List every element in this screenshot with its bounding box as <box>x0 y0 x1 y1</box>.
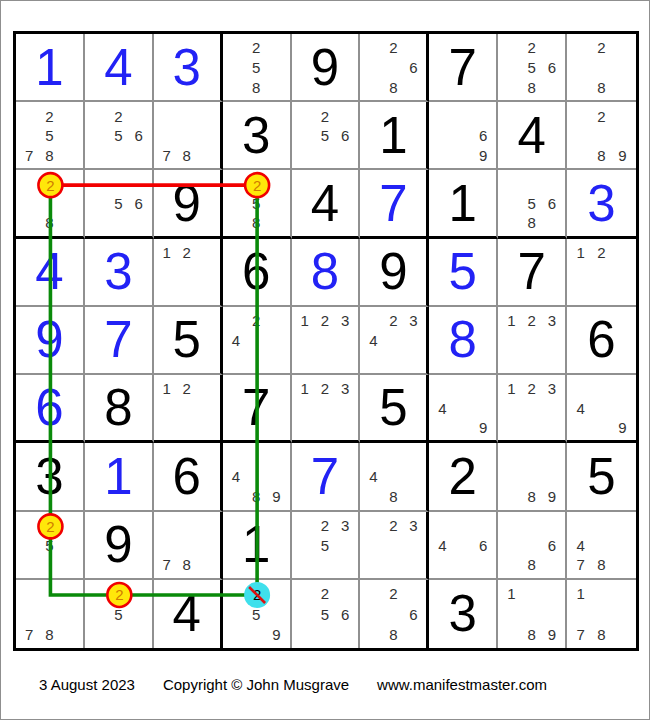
candidate-slot-4 <box>19 604 39 624</box>
solved-digit-given: 3 <box>242 110 270 161</box>
cell-r4c4[interactable]: 6 <box>223 239 292 307</box>
cell-r4c5[interactable]: 8 <box>292 239 361 307</box>
cell-r2c3[interactable]: 78 <box>154 102 223 170</box>
candidate-slot-8: 8 <box>591 146 612 166</box>
cell-r6c7[interactable]: 49 <box>429 375 498 443</box>
cell-r1c5[interactable]: 9 <box>292 34 361 102</box>
candidate-slot-4 <box>19 194 39 213</box>
candidate-slot-7 <box>88 146 108 166</box>
candidate-slot-4 <box>570 58 591 78</box>
solved-digit-given: 9 <box>379 246 407 297</box>
candidate-slot-6: 6 <box>542 535 562 555</box>
cell-r4c7[interactable]: 5 <box>429 239 498 307</box>
cell-r3c7[interactable]: 1 <box>429 170 498 238</box>
solved-digit-given: 6 <box>242 246 270 297</box>
cell-r4c1[interactable]: 4 <box>16 239 85 307</box>
candidate-slot-5 <box>177 535 197 555</box>
candidate-slot-3 <box>612 243 633 263</box>
candidate-slot-1 <box>432 516 452 536</box>
cell-r7c6[interactable]: 48 <box>360 443 429 511</box>
candidate-slot-1 <box>226 174 246 193</box>
candidate-slot-5 <box>246 331 266 351</box>
cell-r9c1[interactable]: 78 <box>16 580 85 648</box>
candidate-slot-5 <box>453 399 473 418</box>
cell-r9c7[interactable]: 3 <box>429 580 498 648</box>
cell-r3c5[interactable]: 4 <box>292 170 361 238</box>
candidate-slot-3 <box>197 106 217 126</box>
cell-r4c3[interactable]: 12 <box>154 239 223 307</box>
candidate-slot-5: 5 <box>522 58 542 78</box>
candidate-slot-9: 9 <box>266 487 286 507</box>
candidate-slot-8: 8 <box>522 625 542 645</box>
cell-r6c2[interactable]: 8 <box>85 375 154 443</box>
cell-r9c9[interactable]: 178 <box>567 580 636 648</box>
cell-r8c5[interactable]: 235 <box>292 512 361 580</box>
candidate-slot-4 <box>501 331 521 351</box>
candidate-slot-8 <box>246 350 266 370</box>
solved-digit-user: 4 <box>35 246 63 297</box>
candidate-slot-4 <box>570 604 591 624</box>
candidate-slot-2: 2 <box>108 584 128 604</box>
cell-r5c4[interactable]: 24 <box>223 307 292 375</box>
candidate-slot-7 <box>19 213 39 232</box>
candidate-slot-9 <box>335 146 355 166</box>
candidate-slot-8: 8 <box>177 555 197 575</box>
candidate-slot-7 <box>570 282 591 302</box>
candidate-slot-5: 5 <box>522 194 542 213</box>
candidate-slot-6 <box>403 331 423 351</box>
candidate-slot-3 <box>403 38 423 58</box>
candidate-slot-2: 2 <box>246 38 266 58</box>
cell-r8c2[interactable]: 9 <box>85 512 154 580</box>
cell-r7c9[interactable]: 5 <box>567 443 636 511</box>
candidate-slot-6: 6 <box>403 604 423 624</box>
solved-digit-given: 3 <box>35 451 63 502</box>
candidate-slot-9 <box>542 213 562 232</box>
cell-r1c2[interactable]: 4 <box>85 34 154 102</box>
cell-r7c1[interactable]: 3 <box>16 443 85 511</box>
candidate-slot-7 <box>226 625 246 645</box>
candidate-slot-5 <box>522 331 542 351</box>
candidate-slot-2: 2 <box>108 106 128 126</box>
candidate-slot-7 <box>363 77 383 97</box>
cell-r5c3[interactable]: 5 <box>154 307 223 375</box>
candidate-slot-2 <box>522 447 542 467</box>
candidate-slot-7 <box>501 213 521 232</box>
cell-r6c4[interactable]: 7 <box>223 375 292 443</box>
candidate-slot-2 <box>591 379 612 398</box>
cell-r5c8[interactable]: 123 <box>498 307 567 375</box>
candidate-slot-3 <box>266 311 286 331</box>
candidate-slot-8: 8 <box>522 213 542 232</box>
cell-r5c7[interactable]: 8 <box>429 307 498 375</box>
candidate-slot-9 <box>60 625 80 645</box>
candidate-slot-5 <box>453 126 473 146</box>
cell-r1c8[interactable]: 2568 <box>498 34 567 102</box>
candidate-slot-9: 9 <box>542 625 562 645</box>
candidate-slot-6 <box>612 604 633 624</box>
cell-r3c1[interactable]: 28 <box>16 170 85 238</box>
cell-r9c8[interactable]: 189 <box>498 580 567 648</box>
candidate-slot-4 <box>19 535 39 555</box>
candidate-slot-6 <box>60 194 80 213</box>
candidate-slot-9 <box>403 350 423 370</box>
candidate-slot-5: 5 <box>39 535 59 555</box>
cell-r4c6[interactable]: 9 <box>360 239 429 307</box>
cell-r1c7[interactable]: 7 <box>429 34 498 102</box>
candidate-slot-8: 8 <box>39 213 59 232</box>
candidate-slot-1: 1 <box>570 584 591 604</box>
candidate-slot-7 <box>363 555 383 575</box>
candidate-slot-5: 5 <box>108 126 128 146</box>
cell-r2c8[interactable]: 4 <box>498 102 567 170</box>
candidate-slot-7 <box>570 418 591 437</box>
candidate-slot-7 <box>88 213 108 232</box>
candidate-slot-5 <box>591 126 612 146</box>
candidate-slot-7 <box>226 487 246 507</box>
candidate-slot-4 <box>226 58 246 78</box>
candidate-slot-6 <box>542 399 562 418</box>
solved-digit-given: 6 <box>587 314 615 365</box>
candidate-slot-8: 8 <box>522 77 542 97</box>
candidate-slot-2: 2 <box>383 311 403 331</box>
solved-digit-given: 9 <box>311 42 339 93</box>
candidate-slot-6: 6 <box>542 194 562 213</box>
candidate-slot-9 <box>612 282 633 302</box>
candidate-slot-3 <box>612 106 633 126</box>
candidate-slot-8 <box>315 625 335 645</box>
cell-r9c3[interactable]: 4 <box>154 580 223 648</box>
cell-r5c2[interactable]: 7 <box>85 307 154 375</box>
candidate-slot-9 <box>335 625 355 645</box>
candidate-slot-5: 5 <box>39 126 59 146</box>
candidate-slot-1: 1 <box>295 379 315 398</box>
candidate-slot-3 <box>335 584 355 604</box>
candidate-slot-8 <box>108 213 128 232</box>
candidate-slot-2: 2 <box>246 584 266 604</box>
solved-digit-given: 1 <box>242 519 270 570</box>
solved-digit-user: 9 <box>35 314 63 365</box>
candidate-slot-7: 7 <box>157 146 177 166</box>
candidate-slot-1 <box>88 584 108 604</box>
candidate-slot-4 <box>88 194 108 213</box>
candidate-slot-7 <box>88 625 108 645</box>
candidate-slot-3 <box>473 379 493 398</box>
candidate-slot-6 <box>128 604 148 624</box>
cell-r1c3[interactable]: 3 <box>154 34 223 102</box>
candidate-slot-1 <box>570 516 591 536</box>
cell-r2c1[interactable]: 2578 <box>16 102 85 170</box>
solved-digit-user: 7 <box>311 451 339 502</box>
candidate-slot-7 <box>295 555 315 575</box>
candidate-slot-9 <box>612 625 633 645</box>
cell-r6c9[interactable]: 49 <box>567 375 636 443</box>
candidate-slot-2 <box>383 447 403 467</box>
candidate-slot-4: 4 <box>570 399 591 418</box>
cell-r7c3[interactable]: 6 <box>154 443 223 511</box>
candidate-slot-2: 2 <box>522 38 542 58</box>
cell-r5c1[interactable]: 9 <box>16 307 85 375</box>
candidate-slot-7 <box>501 418 521 437</box>
candidate-slot-1: 1 <box>157 379 177 398</box>
candidate-slot-3 <box>473 516 493 536</box>
screen: 1432589268725682825782567832561694289285… <box>0 0 650 720</box>
cell-r8c9[interactable]: 478 <box>567 512 636 580</box>
candidate-slot-9 <box>542 418 562 437</box>
footer-website[interactable]: www.manifestmaster.com <box>377 676 547 693</box>
candidate-slot-5 <box>246 467 266 487</box>
candidate-slot-3 <box>335 106 355 126</box>
cell-r9c2[interactable]: 25 <box>85 580 154 648</box>
cell-r7c7[interactable]: 2 <box>429 443 498 511</box>
cell-r1c6[interactable]: 268 <box>360 34 429 102</box>
candidate-slot-6 <box>612 58 633 78</box>
candidate-slot-9 <box>612 555 633 575</box>
candidate-slot-1 <box>226 311 246 331</box>
candidate-slot-4 <box>501 535 521 555</box>
candidate-slot-7 <box>501 555 521 575</box>
candidate-slot-5 <box>522 604 542 624</box>
footer: 3 August 2023Copyright © John Musgraveww… <box>39 676 547 693</box>
cell-r9c6[interactable]: 268 <box>360 580 429 648</box>
candidate-slot-3: 3 <box>403 311 423 331</box>
cell-r2c9[interactable]: 289 <box>567 102 636 170</box>
candidate-slot-7 <box>432 555 452 575</box>
candidate-slot-2 <box>591 584 612 604</box>
cell-r6c5[interactable]: 123 <box>292 375 361 443</box>
cell-r4c2[interactable]: 3 <box>85 239 154 307</box>
candidate-slot-9 <box>612 77 633 97</box>
candidate-slot-8 <box>591 418 612 437</box>
candidate-slot-1 <box>501 174 521 193</box>
candidate-slot-9 <box>197 282 217 302</box>
candidate-slot-6 <box>403 467 423 487</box>
candidate-slot-1 <box>501 38 521 58</box>
candidate-slot-6 <box>60 126 80 146</box>
cell-r8c7[interactable]: 46 <box>429 512 498 580</box>
candidate-slot-1 <box>570 38 591 58</box>
cell-r7c4[interactable]: 489 <box>223 443 292 511</box>
candidate-slot-9 <box>266 350 286 370</box>
cell-r6c6[interactable]: 5 <box>360 375 429 443</box>
candidate-slot-4: 4 <box>363 467 383 487</box>
cell-r3c8[interactable]: 568 <box>498 170 567 238</box>
solved-digit-given: 5 <box>379 382 407 433</box>
candidate-slot-5 <box>591 535 612 555</box>
candidate-slot-3 <box>266 447 286 467</box>
candidate-slot-4 <box>501 194 521 213</box>
candidate-slot-3 <box>197 243 217 263</box>
candidate-slot-8 <box>177 282 197 302</box>
candidate-slot-4 <box>501 399 521 418</box>
cell-r1c4[interactable]: 258 <box>223 34 292 102</box>
cell-r6c8[interactable]: 123 <box>498 375 567 443</box>
cell-r5c5[interactable]: 123 <box>292 307 361 375</box>
cell-r8c6[interactable]: 23 <box>360 512 429 580</box>
candidate-slot-6 <box>197 399 217 418</box>
candidate-slot-4 <box>88 604 108 624</box>
candidate-slot-4 <box>157 126 177 146</box>
solved-digit-given: 6 <box>173 451 201 502</box>
cell-r7c2[interactable]: 1 <box>85 443 154 511</box>
candidate-slot-1 <box>226 584 246 604</box>
candidate-slot-6 <box>612 262 633 282</box>
cell-r2c6[interactable]: 1 <box>360 102 429 170</box>
candidate-slot-3 <box>128 106 148 126</box>
candidate-slot-9 <box>60 146 80 166</box>
cell-r3c3[interactable]: 9 <box>154 170 223 238</box>
candidate-slot-4 <box>295 331 315 351</box>
candidate-slot-1 <box>570 106 591 126</box>
candidate-slot-1 <box>363 584 383 604</box>
candidate-slot-4 <box>363 535 383 555</box>
candidate-slot-3 <box>612 379 633 398</box>
candidate-slot-8: 8 <box>383 625 403 645</box>
cell-r5c9[interactable]: 6 <box>567 307 636 375</box>
cell-r1c1[interactable]: 1 <box>16 34 85 102</box>
candidate-slot-7: 7 <box>570 625 591 645</box>
cell-r7c8[interactable]: 89 <box>498 443 567 511</box>
candidate-slot-1 <box>363 516 383 536</box>
candidate-slot-3 <box>612 516 633 536</box>
candidate-slot-7 <box>363 625 383 645</box>
candidate-slot-9 <box>197 555 217 575</box>
candidate-slot-7 <box>295 418 315 437</box>
candidate-slot-8: 8 <box>39 625 59 645</box>
candidate-slot-2: 2 <box>315 584 335 604</box>
candidate-slot-2 <box>108 174 128 193</box>
candidate-slot-3 <box>612 584 633 604</box>
cell-r9c4[interactable]: 259 <box>223 580 292 648</box>
solved-digit-given: 8 <box>104 382 132 433</box>
cell-r7c5[interactable]: 7 <box>292 443 361 511</box>
candidate-slot-8 <box>108 146 128 166</box>
candidate-slot-2 <box>177 106 197 126</box>
candidate-slot-9 <box>128 625 148 645</box>
candidate-slot-2: 2 <box>383 516 403 536</box>
cell-r2c4[interactable]: 3 <box>223 102 292 170</box>
cell-r4c9[interactable]: 12 <box>567 239 636 307</box>
candidate-slot-6 <box>542 467 562 487</box>
cell-r2c7[interactable]: 69 <box>429 102 498 170</box>
candidate-slot-1 <box>363 447 383 467</box>
candidate-slot-6 <box>197 126 217 146</box>
candidate-slot-7 <box>226 350 246 370</box>
candidate-slot-7 <box>157 418 177 437</box>
candidate-slot-8 <box>315 555 335 575</box>
solved-digit-given: 1 <box>449 178 477 229</box>
candidate-slot-7 <box>363 487 383 507</box>
candidate-slot-5 <box>522 535 542 555</box>
candidate-slot-4 <box>432 126 452 146</box>
candidate-slot-5 <box>39 194 59 213</box>
candidate-slot-8 <box>39 555 59 575</box>
candidate-slot-8: 8 <box>177 146 197 166</box>
cell-r8c8[interactable]: 68 <box>498 512 567 580</box>
candidate-slot-7 <box>157 282 177 302</box>
cell-r1c9[interactable]: 28 <box>567 34 636 102</box>
candidate-slot-5 <box>383 331 403 351</box>
candidate-slot-5 <box>453 535 473 555</box>
candidate-slot-8: 8 <box>383 487 403 507</box>
cell-r3c4[interactable]: 258 <box>223 170 292 238</box>
candidate-slot-9 <box>473 555 493 575</box>
cell-r2c5[interactable]: 256 <box>292 102 361 170</box>
cell-r6c3[interactable]: 12 <box>154 375 223 443</box>
candidate-slot-6: 6 <box>335 126 355 146</box>
candidate-slot-7: 7 <box>570 555 591 575</box>
candidate-slot-9 <box>335 555 355 575</box>
cell-r3c9[interactable]: 3 <box>567 170 636 238</box>
cell-r9c5[interactable]: 256 <box>292 580 361 648</box>
candidate-slot-6 <box>197 535 217 555</box>
cell-r8c4[interactable]: 1 <box>223 512 292 580</box>
candidate-slot-8: 8 <box>383 77 403 97</box>
candidate-slot-6 <box>266 58 286 78</box>
candidate-slot-5 <box>591 58 612 78</box>
candidate-slot-7 <box>226 77 246 97</box>
candidate-slot-8 <box>315 146 335 166</box>
candidate-slot-3: 3 <box>542 311 562 331</box>
cell-r3c2[interactable]: 56 <box>85 170 154 238</box>
cell-r5c6[interactable]: 234 <box>360 307 429 375</box>
candidate-slot-3 <box>403 584 423 604</box>
candidate-slot-3 <box>542 174 562 193</box>
candidate-slot-4 <box>157 399 177 418</box>
candidate-slot-7 <box>295 146 315 166</box>
candidate-slot-8 <box>108 625 128 645</box>
candidate-slot-5: 5 <box>246 58 266 78</box>
solved-digit-user: 1 <box>104 451 132 502</box>
solved-digit-given: 5 <box>587 451 615 502</box>
candidate-slot-8: 8 <box>591 625 612 645</box>
candidate-slot-2: 2 <box>177 379 197 398</box>
cell-r6c1[interactable]: 6 <box>16 375 85 443</box>
candidate-slot-2: 2 <box>315 106 335 126</box>
candidate-slot-3 <box>266 584 286 604</box>
candidate-slot-9 <box>128 146 148 166</box>
candidate-slot-9: 9 <box>473 146 493 166</box>
cell-r2c2[interactable]: 256 <box>85 102 154 170</box>
candidate-slot-3 <box>60 584 80 604</box>
candidate-slot-7 <box>363 350 383 370</box>
candidate-slot-3: 3 <box>542 379 562 398</box>
candidate-slot-1: 1 <box>295 311 315 331</box>
candidate-slot-9: 9 <box>266 625 286 645</box>
cell-r8c3[interactable]: 78 <box>154 512 223 580</box>
candidate-slot-5 <box>383 535 403 555</box>
candidate-slot-3 <box>197 379 217 398</box>
candidate-slot-1: 1 <box>570 243 591 263</box>
candidate-slot-1 <box>19 174 39 193</box>
candidate-slot-3: 3 <box>335 311 355 331</box>
candidate-slot-6 <box>266 331 286 351</box>
candidate-slot-2: 2 <box>522 379 542 398</box>
candidate-slot-7 <box>501 487 521 507</box>
candidate-slot-9 <box>335 350 355 370</box>
cell-r8c1[interactable]: 25 <box>16 512 85 580</box>
candidate-slot-1 <box>157 516 177 536</box>
candidate-slot-2 <box>177 516 197 536</box>
cell-r4c8[interactable]: 7 <box>498 239 567 307</box>
candidate-slot-4: 4 <box>570 535 591 555</box>
candidate-slot-2: 2 <box>39 516 59 536</box>
candidate-slot-8 <box>453 418 473 437</box>
cell-r3c6[interactable]: 7 <box>360 170 429 238</box>
candidate-slot-6 <box>197 262 217 282</box>
candidate-slot-5 <box>591 262 612 282</box>
solved-digit-user: 4 <box>104 42 132 93</box>
